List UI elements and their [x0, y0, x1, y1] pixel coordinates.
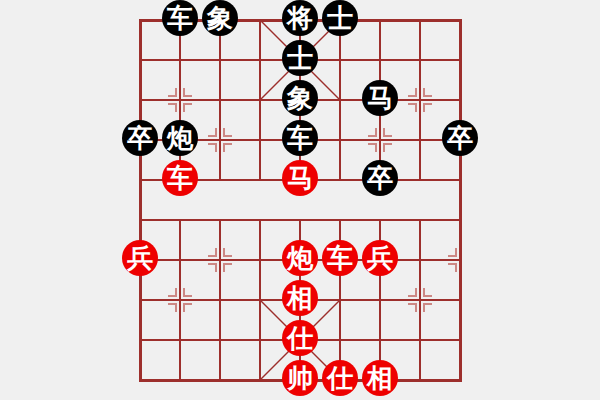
- board-cell[interactable]: 士: [320, 0, 360, 40]
- board-cell[interactable]: [320, 160, 360, 200]
- piece-red-chariot[interactable]: 车: [162, 160, 198, 196]
- board-cell[interactable]: [320, 280, 360, 320]
- board-cell[interactable]: [320, 120, 360, 160]
- piece-red-advisor[interactable]: 仕: [282, 320, 318, 356]
- board-cell[interactable]: 卒: [120, 120, 160, 160]
- board-cell[interactable]: 兵: [360, 240, 400, 280]
- board-cell[interactable]: 仕: [320, 360, 360, 400]
- board-cell[interactable]: [440, 360, 480, 400]
- board-cell[interactable]: 相: [360, 360, 400, 400]
- board-cell[interactable]: [320, 80, 360, 120]
- board-cell[interactable]: [240, 280, 280, 320]
- board-cell[interactable]: [120, 280, 160, 320]
- board-cell[interactable]: [120, 200, 160, 240]
- board-cell[interactable]: [120, 0, 160, 40]
- board-cell[interactable]: [200, 320, 240, 360]
- board-cell[interactable]: [160, 240, 200, 280]
- board-cell[interactable]: 马: [280, 160, 320, 200]
- board-cell[interactable]: 卒: [360, 160, 400, 200]
- piece-black-soldier[interactable]: 卒: [362, 160, 398, 196]
- board-cell[interactable]: [360, 200, 400, 240]
- board-cell[interactable]: [240, 240, 280, 280]
- xiangqi-board: 车象将士士象马卒炮车卒车马卒兵炮车兵相仕帅仕相: [120, 0, 480, 400]
- board-cell[interactable]: [440, 40, 480, 80]
- board-cell[interactable]: 车: [160, 0, 200, 40]
- board-cell[interactable]: [200, 160, 240, 200]
- board-cell[interactable]: 象: [280, 80, 320, 120]
- board-cell[interactable]: 车: [280, 120, 320, 160]
- board-cell[interactable]: [320, 200, 360, 240]
- piece-red-soldier[interactable]: 兵: [122, 240, 158, 276]
- board-cell[interactable]: [160, 80, 200, 120]
- piece-black-chariot[interactable]: 车: [162, 0, 198, 36]
- board-cell[interactable]: [240, 120, 280, 160]
- piece-red-elephant[interactable]: 相: [282, 280, 318, 316]
- board-cell[interactable]: [120, 160, 160, 200]
- board-cell[interactable]: [160, 40, 200, 80]
- board-cell[interactable]: 象: [200, 0, 240, 40]
- board-cell[interactable]: [400, 320, 440, 360]
- board-cell[interactable]: [120, 80, 160, 120]
- board-cell[interactable]: [440, 0, 480, 40]
- board-cell[interactable]: [200, 120, 240, 160]
- board-cell[interactable]: [360, 120, 400, 160]
- board-cell[interactable]: 马: [360, 80, 400, 120]
- board-cell[interactable]: [400, 280, 440, 320]
- piece-black-soldier[interactable]: 卒: [442, 120, 478, 156]
- piece-black-elephant[interactable]: 象: [202, 0, 238, 36]
- board-cell[interactable]: [320, 320, 360, 360]
- board-cell[interactable]: 卒: [440, 120, 480, 160]
- board-cell[interactable]: [360, 40, 400, 80]
- piece-black-cannon[interactable]: 炮: [162, 120, 198, 156]
- board-cell[interactable]: [440, 320, 480, 360]
- board-cell[interactable]: [400, 200, 440, 240]
- board-cell[interactable]: [400, 160, 440, 200]
- board-cell[interactable]: [120, 360, 160, 400]
- board-cell[interactable]: [400, 360, 440, 400]
- board-cell[interactable]: [400, 80, 440, 120]
- board-cell[interactable]: [240, 160, 280, 200]
- board-cell[interactable]: [240, 360, 280, 400]
- board-cell[interactable]: [360, 320, 400, 360]
- board-cell[interactable]: [200, 80, 240, 120]
- piece-black-general[interactable]: 将: [282, 0, 318, 36]
- board-cell[interactable]: [400, 240, 440, 280]
- board-cell[interactable]: 车: [320, 240, 360, 280]
- board-cell[interactable]: [400, 120, 440, 160]
- board-cell[interactable]: 相: [280, 280, 320, 320]
- piece-red-horse[interactable]: 马: [282, 160, 318, 196]
- piece-black-advisor[interactable]: 士: [282, 40, 318, 76]
- board-cell[interactable]: 士: [280, 40, 320, 80]
- board-cell[interactable]: [240, 0, 280, 40]
- piece-red-soldier[interactable]: 兵: [362, 240, 398, 276]
- board-cell[interactable]: [240, 80, 280, 120]
- board-cell[interactable]: [400, 0, 440, 40]
- board-cell[interactable]: 兵: [120, 240, 160, 280]
- board-cell[interactable]: [440, 200, 480, 240]
- board-cell[interactable]: [440, 240, 480, 280]
- board-cell[interactable]: 帅: [280, 360, 320, 400]
- board-cell[interactable]: [200, 240, 240, 280]
- board-cell[interactable]: 炮: [280, 240, 320, 280]
- board-cell[interactable]: 车: [160, 160, 200, 200]
- board-cell[interactable]: [160, 200, 200, 240]
- board-cell[interactable]: 将: [280, 0, 320, 40]
- board-cell[interactable]: [280, 200, 320, 240]
- board-cell[interactable]: [440, 280, 480, 320]
- board-cell[interactable]: [440, 160, 480, 200]
- board-cell[interactable]: [360, 280, 400, 320]
- board-cell[interactable]: [160, 360, 200, 400]
- board-cell[interactable]: [240, 320, 280, 360]
- piece-red-chariot[interactable]: 车: [322, 240, 358, 276]
- board-cell[interactable]: [200, 40, 240, 80]
- piece-black-horse[interactable]: 马: [362, 80, 398, 116]
- screen: 车象将士士象马卒炮车卒车马卒兵炮车兵相仕帅仕相: [0, 0, 600, 400]
- board-cell[interactable]: [320, 40, 360, 80]
- board-cell[interactable]: 炮: [160, 120, 200, 160]
- piece-black-soldier[interactable]: 卒: [122, 120, 158, 156]
- board-cell[interactable]: 仕: [280, 320, 320, 360]
- piece-black-chariot[interactable]: 车: [282, 120, 318, 156]
- board-cell[interactable]: [160, 280, 200, 320]
- board-cell[interactable]: [240, 200, 280, 240]
- board-cell[interactable]: [440, 80, 480, 120]
- board-cell[interactable]: [200, 360, 240, 400]
- board-cell[interactable]: [200, 280, 240, 320]
- piece-red-elephant[interactable]: 相: [362, 360, 398, 396]
- board-cell[interactable]: [120, 320, 160, 360]
- board-cell[interactable]: [200, 200, 240, 240]
- board-cell[interactable]: [360, 0, 400, 40]
- board-cell[interactable]: [400, 40, 440, 80]
- piece-red-cannon[interactable]: 炮: [282, 240, 318, 276]
- piece-red-advisor[interactable]: 仕: [322, 360, 358, 396]
- piece-black-advisor[interactable]: 士: [322, 0, 358, 36]
- piece-black-elephant[interactable]: 象: [282, 80, 318, 116]
- board-cell[interactable]: [160, 320, 200, 360]
- piece-red-general[interactable]: 帅: [282, 360, 318, 396]
- board-cell[interactable]: [120, 40, 160, 80]
- board-cell[interactable]: [240, 40, 280, 80]
